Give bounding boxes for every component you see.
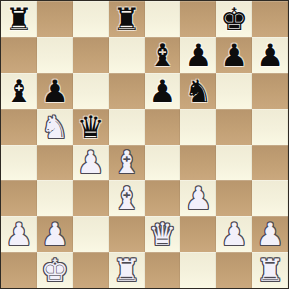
square-a7[interactable] — [1, 37, 37, 73]
square-b8[interactable] — [37, 1, 73, 37]
square-d4[interactable]: ♝ — [109, 145, 145, 181]
square-e2[interactable]: ♛ — [145, 216, 181, 252]
square-d3[interactable]: ♝ — [109, 180, 145, 216]
square-b4[interactable] — [37, 145, 73, 181]
white-queen[interactable]: ♛ — [149, 216, 177, 252]
square-h7[interactable]: ♟ — [252, 37, 288, 73]
square-b2[interactable]: ♟ — [37, 216, 73, 252]
square-a5[interactable] — [1, 109, 37, 145]
black-king[interactable]: ♚ — [220, 1, 248, 37]
square-a6[interactable]: ♝ — [1, 73, 37, 109]
square-e3[interactable] — [145, 180, 181, 216]
square-b1[interactable]: ♚ — [37, 252, 73, 288]
white-pawn[interactable]: ♟ — [41, 216, 69, 252]
square-f7[interactable]: ♟ — [180, 37, 216, 73]
square-h5[interactable] — [252, 109, 288, 145]
square-f3[interactable]: ♟ — [180, 180, 216, 216]
square-g2[interactable]: ♟ — [216, 216, 252, 252]
square-c7[interactable] — [73, 37, 109, 73]
square-h1[interactable]: ♜ — [252, 252, 288, 288]
square-g1[interactable] — [216, 252, 252, 288]
white-pawn[interactable]: ♟ — [77, 145, 105, 181]
white-pawn[interactable]: ♟ — [5, 216, 33, 252]
square-c8[interactable] — [73, 1, 109, 37]
square-a4[interactable] — [1, 145, 37, 181]
black-knight[interactable]: ♞ — [184, 73, 212, 109]
black-rook[interactable]: ♜ — [113, 1, 141, 37]
black-pawn[interactable]: ♟ — [256, 37, 284, 73]
chess-board: ♜♜♚♝♟♟♟♝♟♟♞♞♛♟♝♝♟♟♟♛♟♟♚♜♜ — [0, 0, 289, 289]
square-b6[interactable]: ♟ — [37, 73, 73, 109]
square-d5[interactable] — [109, 109, 145, 145]
square-g7[interactable]: ♟ — [216, 37, 252, 73]
square-e6[interactable]: ♟ — [145, 73, 181, 109]
white-pawn[interactable]: ♟ — [220, 216, 248, 252]
black-rook[interactable]: ♜ — [5, 1, 33, 37]
square-h3[interactable] — [252, 180, 288, 216]
square-h6[interactable] — [252, 73, 288, 109]
square-a2[interactable]: ♟ — [1, 216, 37, 252]
square-c4[interactable]: ♟ — [73, 145, 109, 181]
black-pawn[interactable]: ♟ — [41, 73, 69, 109]
square-c3[interactable] — [73, 180, 109, 216]
square-f2[interactable] — [180, 216, 216, 252]
square-h4[interactable] — [252, 145, 288, 181]
square-c2[interactable] — [73, 216, 109, 252]
square-g6[interactable] — [216, 73, 252, 109]
white-rook[interactable]: ♜ — [256, 252, 284, 288]
square-d7[interactable] — [109, 37, 145, 73]
square-f8[interactable] — [180, 1, 216, 37]
white-king[interactable]: ♚ — [41, 252, 69, 288]
square-g5[interactable] — [216, 109, 252, 145]
white-pawn[interactable]: ♟ — [256, 216, 284, 252]
white-knight[interactable]: ♞ — [41, 109, 69, 145]
square-d8[interactable]: ♜ — [109, 1, 145, 37]
square-f5[interactable] — [180, 109, 216, 145]
square-e8[interactable] — [145, 1, 181, 37]
white-bishop[interactable]: ♝ — [113, 145, 141, 181]
square-a8[interactable]: ♜ — [1, 1, 37, 37]
square-e7[interactable]: ♝ — [145, 37, 181, 73]
square-a1[interactable] — [1, 252, 37, 288]
black-bishop[interactable]: ♝ — [5, 73, 33, 109]
square-d2[interactable] — [109, 216, 145, 252]
square-g8[interactable]: ♚ — [216, 1, 252, 37]
square-d6[interactable] — [109, 73, 145, 109]
square-e1[interactable] — [145, 252, 181, 288]
square-e5[interactable] — [145, 109, 181, 145]
white-bishop[interactable]: ♝ — [113, 180, 141, 216]
square-d1[interactable]: ♜ — [109, 252, 145, 288]
square-f4[interactable] — [180, 145, 216, 181]
square-b3[interactable] — [37, 180, 73, 216]
white-pawn[interactable]: ♟ — [184, 180, 212, 216]
black-pawn[interactable]: ♟ — [149, 73, 177, 109]
black-pawn[interactable]: ♟ — [184, 37, 212, 73]
square-a3[interactable] — [1, 180, 37, 216]
chess-board-window: ♜♜♚♝♟♟♟♝♟♟♞♞♛♟♝♝♟♟♟♛♟♟♚♜♜ — [0, 0, 289, 289]
square-b5[interactable]: ♞ — [37, 109, 73, 145]
square-c5[interactable]: ♛ — [73, 109, 109, 145]
square-c6[interactable] — [73, 73, 109, 109]
square-f1[interactable] — [180, 252, 216, 288]
white-rook[interactable]: ♜ — [113, 252, 141, 288]
square-b7[interactable] — [37, 37, 73, 73]
square-g3[interactable] — [216, 180, 252, 216]
square-c1[interactable] — [73, 252, 109, 288]
square-g4[interactable] — [216, 145, 252, 181]
square-h2[interactable]: ♟ — [252, 216, 288, 252]
black-bishop[interactable]: ♝ — [149, 37, 177, 73]
black-pawn[interactable]: ♟ — [220, 37, 248, 73]
black-queen[interactable]: ♛ — [77, 109, 105, 145]
square-h8[interactable] — [252, 1, 288, 37]
square-e4[interactable] — [145, 145, 181, 181]
square-f6[interactable]: ♞ — [180, 73, 216, 109]
